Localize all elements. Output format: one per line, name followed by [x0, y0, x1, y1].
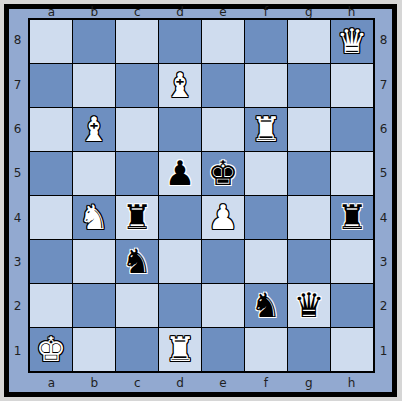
file-label-a: a [30, 6, 73, 18]
rank-label-3: 3 [8, 240, 27, 284]
rank-labels-left: 87654321 [8, 18, 27, 373]
square-c6[interactable] [116, 108, 158, 151]
square-h1[interactable] [331, 328, 373, 371]
square-e2[interactable] [202, 284, 244, 327]
black-knight[interactable]: ♞ [122, 240, 152, 283]
black-pawn[interactable]: ♟ [165, 152, 195, 195]
square-a6[interactable] [30, 108, 72, 151]
square-a8[interactable] [30, 20, 72, 63]
chess-board: ♛♝♝♜♟♚♞♜♟♜♞♞♛♚♜ [28, 18, 375, 373]
square-g1[interactable] [288, 328, 330, 371]
square-e1[interactable] [202, 328, 244, 371]
square-c2[interactable] [116, 284, 158, 327]
square-d6[interactable] [159, 108, 201, 151]
square-g8[interactable] [288, 20, 330, 63]
square-b1[interactable] [73, 328, 115, 371]
rank-label-3: 3 [375, 240, 392, 284]
square-e6[interactable] [202, 108, 244, 151]
square-h6[interactable] [331, 108, 373, 151]
square-c7[interactable] [116, 64, 158, 107]
white-bishop[interactable]: ♝ [79, 108, 109, 151]
square-d5[interactable]: ♟ [159, 152, 201, 195]
file-label-h: h [330, 6, 373, 18]
square-a5[interactable] [30, 152, 72, 195]
rank-label-6: 6 [375, 107, 392, 151]
square-a7[interactable] [30, 64, 72, 107]
square-f7[interactable] [245, 64, 287, 107]
rank-label-1: 1 [375, 329, 392, 373]
square-c4[interactable]: ♜ [116, 196, 158, 239]
rank-label-4: 4 [8, 196, 27, 240]
file-label-f: f [244, 377, 287, 389]
square-f3[interactable] [245, 240, 287, 283]
white-rook[interactable]: ♜ [165, 328, 195, 371]
file-label-d: d [159, 377, 202, 389]
square-c1[interactable] [116, 328, 158, 371]
file-labels-top: abcdefgh [30, 6, 373, 18]
square-e8[interactable] [202, 20, 244, 63]
square-a1[interactable]: ♚ [30, 328, 72, 371]
file-label-d: d [159, 6, 202, 18]
square-f5[interactable] [245, 152, 287, 195]
square-g2[interactable]: ♛ [288, 284, 330, 327]
square-a4[interactable] [30, 196, 72, 239]
rank-label-6: 6 [8, 107, 27, 151]
square-b5[interactable] [73, 152, 115, 195]
square-b2[interactable] [73, 284, 115, 327]
square-e7[interactable] [202, 64, 244, 107]
rank-label-8: 8 [375, 18, 392, 62]
square-d3[interactable] [159, 240, 201, 283]
black-rook[interactable]: ♜ [122, 196, 152, 239]
black-queen[interactable]: ♛ [294, 284, 324, 327]
file-label-g: g [287, 377, 330, 389]
rank-label-8: 8 [8, 18, 27, 62]
rank-label-2: 2 [8, 284, 27, 328]
rank-label-5: 5 [375, 151, 392, 195]
black-rook[interactable]: ♜ [337, 196, 367, 239]
square-g6[interactable] [288, 108, 330, 151]
white-king[interactable]: ♚ [36, 328, 66, 371]
chess-diagram: abcdefgh abcdefgh 87654321 87654321 ♛♝♝♜… [0, 0, 402, 401]
square-h3[interactable] [331, 240, 373, 283]
square-d1[interactable]: ♜ [159, 328, 201, 371]
file-labels-bottom: abcdefgh [30, 377, 373, 389]
file-label-e: e [202, 6, 245, 18]
square-e3[interactable] [202, 240, 244, 283]
white-queen[interactable]: ♛ [337, 20, 367, 63]
square-b6[interactable]: ♝ [73, 108, 115, 151]
file-label-b: b [73, 377, 116, 389]
rank-labels-right: 87654321 [375, 18, 392, 373]
square-c5[interactable] [116, 152, 158, 195]
square-f1[interactable] [245, 328, 287, 371]
file-label-a: a [30, 377, 73, 389]
square-g7[interactable] [288, 64, 330, 107]
file-label-h: h [330, 377, 373, 389]
file-label-b: b [73, 6, 116, 18]
square-d7[interactable]: ♝ [159, 64, 201, 107]
square-e4[interactable]: ♟ [202, 196, 244, 239]
square-d8[interactable] [159, 20, 201, 63]
square-g3[interactable] [288, 240, 330, 283]
square-f2[interactable]: ♞ [245, 284, 287, 327]
square-c8[interactable] [116, 20, 158, 63]
square-f8[interactable] [245, 20, 287, 63]
rank-label-2: 2 [375, 284, 392, 328]
white-knight[interactable]: ♞ [79, 196, 109, 239]
square-b4[interactable]: ♞ [73, 196, 115, 239]
file-label-e: e [202, 377, 245, 389]
square-g4[interactable] [288, 196, 330, 239]
square-h2[interactable] [331, 284, 373, 327]
rank-label-4: 4 [375, 196, 392, 240]
square-g5[interactable] [288, 152, 330, 195]
file-label-f: f [244, 6, 287, 18]
rank-label-7: 7 [8, 62, 27, 106]
square-a2[interactable] [30, 284, 72, 327]
square-h5[interactable] [331, 152, 373, 195]
rank-label-5: 5 [8, 151, 27, 195]
square-h4[interactable]: ♜ [331, 196, 373, 239]
white-bishop[interactable]: ♝ [165, 64, 195, 107]
square-f4[interactable] [245, 196, 287, 239]
file-label-c: c [116, 6, 159, 18]
square-b3[interactable] [73, 240, 115, 283]
rank-label-7: 7 [375, 62, 392, 106]
square-b8[interactable] [73, 20, 115, 63]
square-c3[interactable]: ♞ [116, 240, 158, 283]
rank-label-1: 1 [8, 329, 27, 373]
square-b7[interactable] [73, 64, 115, 107]
white-pawn[interactable]: ♟ [208, 196, 238, 239]
square-h8[interactable]: ♛ [331, 20, 373, 63]
file-label-g: g [287, 6, 330, 18]
square-e5[interactable]: ♚ [202, 152, 244, 195]
square-h7[interactable] [331, 64, 373, 107]
black-king[interactable]: ♚ [208, 152, 238, 195]
square-a3[interactable] [30, 240, 72, 283]
file-label-c: c [116, 377, 159, 389]
square-d4[interactable] [159, 196, 201, 239]
square-d2[interactable] [159, 284, 201, 327]
square-f6[interactable]: ♜ [245, 108, 287, 151]
black-knight[interactable]: ♞ [251, 284, 281, 327]
white-rook[interactable]: ♜ [251, 108, 281, 151]
